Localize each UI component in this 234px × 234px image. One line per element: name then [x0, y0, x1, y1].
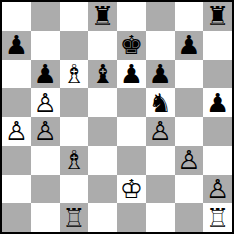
square-a6[interactable]: [2, 60, 31, 89]
square-h1[interactable]: ♖: [203, 203, 232, 232]
square-b5[interactable]: ♙: [31, 88, 60, 117]
square-a4[interactable]: ♙: [2, 117, 31, 146]
square-c4[interactable]: [60, 117, 89, 146]
square-e6[interactable]: ♟: [117, 60, 146, 89]
black-pawn-piece: ♟: [206, 90, 229, 116]
square-d3[interactable]: [88, 146, 117, 175]
white-pawn-piece: ♙: [33, 118, 56, 144]
square-b6[interactable]: ♟: [31, 60, 60, 89]
square-f7[interactable]: [146, 31, 175, 60]
square-a2[interactable]: [2, 175, 31, 204]
square-d2[interactable]: [88, 175, 117, 204]
square-d6[interactable]: ♝: [88, 60, 117, 89]
black-pawn-piece: ♟: [148, 61, 171, 87]
square-g5[interactable]: [175, 88, 204, 117]
white-pawn-piece: ♙: [5, 118, 28, 144]
white-pawn-piece: ♙: [33, 90, 56, 116]
square-f4[interactable]: ♙: [146, 117, 175, 146]
square-a1[interactable]: [2, 203, 31, 232]
square-e7[interactable]: ♚: [117, 31, 146, 60]
square-e4[interactable]: [117, 117, 146, 146]
black-pawn-piece: ♟: [177, 32, 200, 58]
square-d7[interactable]: [88, 31, 117, 60]
square-h8[interactable]: ♜: [203, 2, 232, 31]
black-pawn-piece: ♟: [5, 32, 28, 58]
square-a5[interactable]: [2, 88, 31, 117]
square-c1[interactable]: ♖: [60, 203, 89, 232]
square-d4[interactable]: [88, 117, 117, 146]
white-bishop-piece: ♗: [62, 61, 85, 87]
black-rook-piece: ♜: [91, 3, 114, 29]
square-b3[interactable]: [31, 146, 60, 175]
white-rook-piece: ♖: [206, 205, 229, 231]
square-f6[interactable]: ♟: [146, 60, 175, 89]
square-g6[interactable]: [175, 60, 204, 89]
square-e3[interactable]: [117, 146, 146, 175]
square-g7[interactable]: ♟: [175, 31, 204, 60]
square-h4[interactable]: [203, 117, 232, 146]
square-b4[interactable]: ♙: [31, 117, 60, 146]
square-c6[interactable]: ♗: [60, 60, 89, 89]
white-pawn-piece: ♙: [177, 147, 200, 173]
white-king-piece: ♔: [120, 176, 143, 202]
black-pawn-piece: ♟: [120, 61, 143, 87]
square-c8[interactable]: [60, 2, 89, 31]
square-f8[interactable]: [146, 2, 175, 31]
square-e1[interactable]: [117, 203, 146, 232]
square-g1[interactable]: [175, 203, 204, 232]
white-rook-piece: ♖: [62, 205, 85, 231]
square-b1[interactable]: [31, 203, 60, 232]
square-a7[interactable]: ♟: [2, 31, 31, 60]
square-d5[interactable]: [88, 88, 117, 117]
square-h7[interactable]: [203, 31, 232, 60]
square-e2[interactable]: ♔: [117, 175, 146, 204]
square-h2[interactable]: ♙: [203, 175, 232, 204]
square-d8[interactable]: ♜: [88, 2, 117, 31]
square-b8[interactable]: [31, 2, 60, 31]
square-b2[interactable]: [31, 175, 60, 204]
square-c2[interactable]: [60, 175, 89, 204]
square-b7[interactable]: [31, 31, 60, 60]
square-h6[interactable]: [203, 60, 232, 89]
square-c5[interactable]: [60, 88, 89, 117]
black-rook-piece: ♜: [206, 3, 229, 29]
square-g3[interactable]: ♙: [175, 146, 204, 175]
chess-board: ♜♜♟♚♟♟♗♝♟♟♙♞♟♙♙♙♗♙♔♙♖♖: [0, 0, 234, 234]
black-bishop-piece: ♝: [91, 61, 114, 87]
black-pawn-piece: ♟: [33, 61, 56, 87]
white-pawn-piece: ♙: [148, 118, 171, 144]
square-e5[interactable]: [117, 88, 146, 117]
square-a8[interactable]: [2, 2, 31, 31]
square-e8[interactable]: [117, 2, 146, 31]
square-g4[interactable]: [175, 117, 204, 146]
square-f3[interactable]: [146, 146, 175, 175]
square-a3[interactable]: [2, 146, 31, 175]
square-g8[interactable]: [175, 2, 204, 31]
white-bishop-piece: ♗: [62, 147, 85, 173]
square-g2[interactable]: [175, 175, 204, 204]
black-knight-piece: ♞: [148, 90, 171, 116]
square-h5[interactable]: ♟: [203, 88, 232, 117]
square-f2[interactable]: [146, 175, 175, 204]
white-pawn-piece: ♙: [206, 176, 229, 202]
square-d1[interactable]: [88, 203, 117, 232]
black-king-piece: ♚: [120, 32, 143, 58]
square-c7[interactable]: [60, 31, 89, 60]
square-h3[interactable]: [203, 146, 232, 175]
square-c3[interactable]: ♗: [60, 146, 89, 175]
square-f1[interactable]: [146, 203, 175, 232]
square-f5[interactable]: ♞: [146, 88, 175, 117]
